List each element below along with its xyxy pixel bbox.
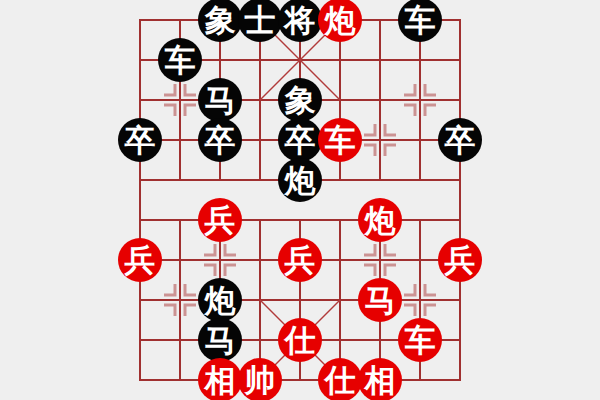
piece-red-advisor[interactable]: 仕	[278, 318, 322, 362]
piece-red-cannon[interactable]: 炮	[358, 198, 402, 242]
piece-black-horse[interactable]: 马	[198, 318, 242, 362]
piece-black-horse[interactable]: 马	[198, 78, 242, 122]
piece-red-cannon[interactable]: 炮	[318, 0, 362, 42]
piece-red-elephant[interactable]: 相	[198, 358, 242, 400]
piece-black-general[interactable]: 将	[278, 0, 322, 42]
piece-red-horse[interactable]: 马	[358, 278, 402, 322]
piece-red-chariot[interactable]: 车	[318, 118, 362, 162]
screenshot-root: 象士将炮车车马象卒卒卒车卒炮兵炮兵兵兵炮马马仕车相帅仕相	[0, 0, 600, 400]
piece-red-soldier[interactable]: 兵	[118, 238, 162, 282]
piece-black-soldier[interactable]: 卒	[198, 118, 242, 162]
piece-red-soldier[interactable]: 兵	[438, 238, 482, 282]
piece-black-cannon[interactable]: 炮	[198, 278, 242, 322]
piece-black-soldier[interactable]: 卒	[118, 118, 162, 162]
piece-red-chariot[interactable]: 车	[398, 318, 442, 362]
piece-black-chariot[interactable]: 车	[398, 0, 442, 42]
piece-black-chariot[interactable]: 车	[158, 38, 202, 82]
piece-red-elephant[interactable]: 相	[358, 358, 402, 400]
piece-red-soldier[interactable]: 兵	[278, 238, 322, 282]
piece-black-cannon[interactable]: 炮	[278, 158, 322, 202]
piece-black-advisor[interactable]: 士	[238, 0, 282, 42]
piece-red-advisor[interactable]: 仕	[318, 358, 362, 400]
piece-red-soldier[interactable]: 兵	[198, 198, 242, 242]
piece-black-soldier[interactable]: 卒	[278, 118, 322, 162]
piece-black-elephant[interactable]: 象	[278, 78, 322, 122]
piece-black-soldier[interactable]: 卒	[438, 118, 482, 162]
xiangqi-board: 象士将炮车车马象卒卒卒车卒炮兵炮兵兵兵炮马马仕车相帅仕相	[0, 0, 600, 400]
piece-red-general[interactable]: 帅	[238, 358, 282, 400]
piece-black-elephant[interactable]: 象	[198, 0, 242, 42]
